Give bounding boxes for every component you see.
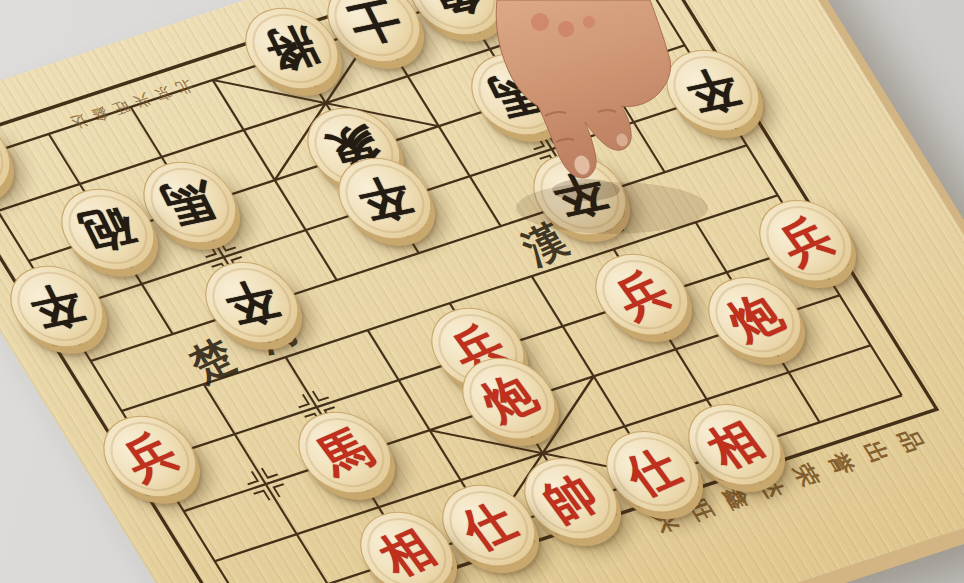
point-marker bbox=[254, 491, 270, 504]
point-marker bbox=[599, 53, 615, 66]
photo-scene: 楚河 漢界 北京兴旺鑫达 兴旺鑫达荣誉出品 車將士象砲馬象馬卒卒卒卒卒兵兵兵兵馬… bbox=[0, 0, 964, 583]
piece-glyph: 將 bbox=[258, 22, 326, 76]
piece-glyph: 卒 bbox=[679, 64, 747, 118]
piece-glyph: 兵 bbox=[770, 211, 842, 270]
piece-glyph: 相 bbox=[371, 523, 443, 582]
piece-glyph: 仕 bbox=[617, 442, 689, 501]
piece-glyph: 馬 bbox=[484, 68, 552, 122]
point-marker bbox=[611, 72, 627, 85]
piece-glyph: 象 bbox=[422, 0, 490, 21]
piece-glyph: 卒 bbox=[218, 276, 286, 330]
point-marker bbox=[262, 465, 278, 478]
point-marker bbox=[313, 388, 329, 401]
point-marker bbox=[548, 130, 564, 143]
point-marker bbox=[242, 471, 258, 484]
piece-glyph: 兵 bbox=[606, 265, 678, 324]
piece-glyph: 馬 bbox=[309, 423, 381, 482]
xiangqi-board: 楚河 漢界 北京兴旺鑫达 兴旺鑫达荣誉出品 車將士象砲馬象馬卒卒卒卒卒兵兵兵兵馬… bbox=[0, 0, 964, 583]
point-marker bbox=[274, 484, 290, 497]
point-marker bbox=[220, 238, 236, 251]
piece-glyph: 卒 bbox=[351, 172, 419, 226]
point-marker bbox=[579, 59, 595, 72]
point-marker bbox=[293, 394, 309, 407]
file-line bbox=[204, 384, 328, 583]
piece-glyph: 卒 bbox=[546, 168, 614, 222]
piece-glyph: 帥 bbox=[535, 469, 607, 528]
piece-glyph: 兵 bbox=[114, 427, 186, 486]
piece-glyph: 仕 bbox=[453, 496, 525, 555]
piece-glyph: 炮 bbox=[473, 369, 545, 428]
piece-glyph: 相 bbox=[699, 415, 771, 474]
point-marker bbox=[200, 244, 216, 257]
piece-glyph: 砲 bbox=[74, 203, 142, 257]
point-marker bbox=[591, 79, 607, 92]
piece-glyph: 馬 bbox=[156, 176, 224, 230]
point-marker bbox=[528, 136, 544, 149]
piece-glyph: 士 bbox=[340, 0, 408, 48]
piece-glyph: 卒 bbox=[23, 280, 91, 334]
piece-glyph: 炮 bbox=[719, 288, 791, 347]
